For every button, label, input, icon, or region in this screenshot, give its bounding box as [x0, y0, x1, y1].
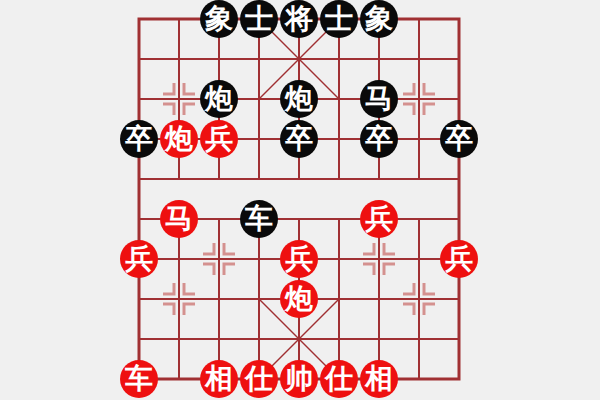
piece-black-soldier[interactable]: 卒	[280, 120, 318, 158]
piece-black-cannon[interactable]: 炮	[200, 80, 238, 118]
piece-black-elephant[interactable]: 象	[360, 0, 398, 38]
piece-black-elephant[interactable]: 象	[200, 0, 238, 38]
xiangqi-diagram: 象士将士象炮炮马卒卒卒卒车炮兵马兵兵兵兵炮车相仕帅仕相	[0, 0, 600, 400]
piece-black-soldier[interactable]: 卒	[120, 120, 158, 158]
piece-black-advisor[interactable]: 士	[320, 0, 358, 38]
piece-black-soldier[interactable]: 卒	[360, 120, 398, 158]
piece-red-cannon[interactable]: 炮	[160, 120, 198, 158]
piece-red-advisor[interactable]: 仕	[240, 360, 278, 398]
piece-black-cannon[interactable]: 炮	[280, 80, 318, 118]
piece-red-elephant[interactable]: 相	[360, 360, 398, 398]
piece-red-soldier[interactable]: 兵	[200, 120, 238, 158]
piece-black-horse[interactable]: 马	[360, 80, 398, 118]
piece-black-chariot[interactable]: 车	[240, 200, 278, 238]
piece-red-advisor[interactable]: 仕	[320, 360, 358, 398]
piece-red-marshal[interactable]: 帅	[280, 360, 318, 398]
piece-red-cannon[interactable]: 炮	[280, 280, 318, 318]
piece-red-soldier[interactable]: 兵	[280, 240, 318, 278]
piece-red-soldier[interactable]: 兵	[360, 200, 398, 238]
piece-red-chariot[interactable]: 车	[120, 360, 158, 398]
piece-red-elephant[interactable]: 相	[200, 360, 238, 398]
piece-black-soldier[interactable]: 卒	[440, 120, 478, 158]
piece-red-soldier[interactable]: 兵	[120, 240, 158, 278]
xiangqi-board[interactable]: 象士将士象炮炮马卒卒卒卒车炮兵马兵兵兵兵炮车相仕帅仕相	[119, 0, 479, 399]
piece-black-advisor[interactable]: 士	[240, 0, 278, 38]
piece-black-general[interactable]: 将	[280, 0, 318, 38]
piece-red-soldier[interactable]: 兵	[440, 240, 478, 278]
piece-red-horse[interactable]: 马	[160, 200, 198, 238]
